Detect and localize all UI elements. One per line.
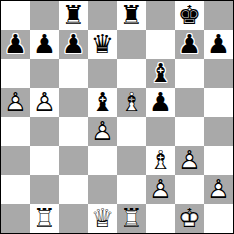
square-b3[interactable] (30, 146, 59, 175)
square-c6[interactable] (59, 59, 88, 88)
square-g6[interactable] (175, 59, 204, 88)
square-b7[interactable]: ♟ (30, 30, 59, 59)
square-h2[interactable]: ♟♙ (204, 175, 233, 204)
square-a8[interactable] (1, 1, 30, 30)
black-king-icon: ♚ (175, 1, 204, 30)
square-e3[interactable] (117, 146, 146, 175)
square-d2[interactable] (88, 175, 117, 204)
square-f4[interactable] (146, 117, 175, 146)
white-pawn-icon: ♟♙ (1, 88, 30, 117)
square-g2[interactable] (175, 175, 204, 204)
square-h1[interactable] (204, 204, 233, 233)
black-rook-icon: ♜ (117, 1, 146, 30)
white-pawn-icon: ♟♙ (146, 175, 175, 204)
white-king-icon: ♚♔ (175, 204, 204, 233)
square-a2[interactable] (1, 175, 30, 204)
square-g7[interactable]: ♟ (175, 30, 204, 59)
square-a5[interactable]: ♟♙ (1, 88, 30, 117)
square-c3[interactable] (59, 146, 88, 175)
black-pawn-icon: ♟ (59, 30, 88, 59)
square-e5[interactable]: ♝♗ (117, 88, 146, 117)
square-e8[interactable]: ♜ (117, 1, 146, 30)
square-f7[interactable] (146, 30, 175, 59)
black-bishop-icon: ♝ (88, 88, 117, 117)
black-bishop-icon: ♝ (146, 59, 175, 88)
square-f3[interactable]: ♝♗ (146, 146, 175, 175)
square-b5[interactable]: ♟♙ (30, 88, 59, 117)
square-e2[interactable] (117, 175, 146, 204)
chess-board: ♜♜♚♟♟♟♛♟♟♝♟♙♟♙♝♝♗♟♟♙♝♗♟♙♟♙♟♙♜♖♛♕♜♖♚♔ (0, 0, 234, 234)
square-a6[interactable] (1, 59, 30, 88)
white-pawn-icon: ♟♙ (30, 88, 59, 117)
square-f2[interactable]: ♟♙ (146, 175, 175, 204)
square-d8[interactable] (88, 1, 117, 30)
white-rook-icon: ♜♖ (117, 204, 146, 233)
square-f6[interactable]: ♝ (146, 59, 175, 88)
square-e1[interactable]: ♜♖ (117, 204, 146, 233)
square-f1[interactable] (146, 204, 175, 233)
square-g1[interactable]: ♚♔ (175, 204, 204, 233)
white-bishop-icon: ♝♗ (117, 88, 146, 117)
square-d4[interactable]: ♟♙ (88, 117, 117, 146)
square-b2[interactable] (30, 175, 59, 204)
black-pawn-icon: ♟ (146, 88, 175, 117)
square-d5[interactable]: ♝ (88, 88, 117, 117)
black-pawn-icon: ♟ (1, 30, 30, 59)
white-queen-icon: ♛♕ (88, 204, 117, 233)
square-b4[interactable] (30, 117, 59, 146)
square-b8[interactable] (30, 1, 59, 30)
square-d1[interactable]: ♛♕ (88, 204, 117, 233)
square-c4[interactable] (59, 117, 88, 146)
square-a3[interactable] (1, 146, 30, 175)
black-pawn-icon: ♟ (175, 30, 204, 59)
square-h3[interactable] (204, 146, 233, 175)
black-rook-icon: ♜ (59, 1, 88, 30)
square-c2[interactable] (59, 175, 88, 204)
white-rook-icon: ♜♖ (30, 204, 59, 233)
square-f8[interactable] (146, 1, 175, 30)
square-h4[interactable] (204, 117, 233, 146)
black-pawn-icon: ♟ (30, 30, 59, 59)
square-a1[interactable] (1, 204, 30, 233)
white-pawn-icon: ♟♙ (204, 175, 233, 204)
square-a7[interactable]: ♟ (1, 30, 30, 59)
square-b1[interactable]: ♜♖ (30, 204, 59, 233)
square-h7[interactable]: ♟ (204, 30, 233, 59)
square-d6[interactable] (88, 59, 117, 88)
square-c7[interactable]: ♟ (59, 30, 88, 59)
square-e6[interactable] (117, 59, 146, 88)
black-queen-icon: ♛ (88, 30, 117, 59)
square-h8[interactable] (204, 1, 233, 30)
square-h6[interactable] (204, 59, 233, 88)
square-d7[interactable]: ♛ (88, 30, 117, 59)
square-h5[interactable] (204, 88, 233, 117)
square-b6[interactable] (30, 59, 59, 88)
square-g5[interactable] (175, 88, 204, 117)
square-g8[interactable]: ♚ (175, 1, 204, 30)
square-g4[interactable] (175, 117, 204, 146)
square-e4[interactable] (117, 117, 146, 146)
square-c1[interactable] (59, 204, 88, 233)
square-a4[interactable] (1, 117, 30, 146)
square-d3[interactable] (88, 146, 117, 175)
square-f5[interactable]: ♟ (146, 88, 175, 117)
square-c5[interactable] (59, 88, 88, 117)
white-bishop-icon: ♝♗ (146, 146, 175, 175)
square-c8[interactable]: ♜ (59, 1, 88, 30)
white-pawn-icon: ♟♙ (175, 146, 204, 175)
square-e7[interactable] (117, 30, 146, 59)
square-g3[interactable]: ♟♙ (175, 146, 204, 175)
black-pawn-icon: ♟ (204, 30, 233, 59)
white-pawn-icon: ♟♙ (88, 117, 117, 146)
